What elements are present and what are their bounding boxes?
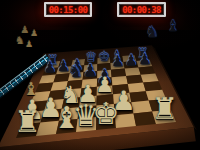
piece-black-pawn-a7[interactable]: ♟ [43,60,56,75]
piece-white-king-e1[interactable]: ♚ [92,99,119,129]
pieces-layer: ♜♛♚♝♜♟♟♟♟♟♟♞♟♟♟♞♟♟♟♟♜♝♛♚♜ [0,0,200,150]
piece-black-knight-c6[interactable]: ♞ [68,63,83,80]
white-clock-time: 00:15:00 [49,5,88,15]
piece-white-rook-a1[interactable]: ♜ [14,107,41,137]
piece-black-king-e8[interactable]: ♚ [98,50,110,63]
black-clock: 00:00:38 [117,2,166,17]
piece-black-pawn-h7[interactable]: ♟ [138,52,151,67]
piece-black-pawn-g7[interactable]: ♟ [124,53,137,68]
black-clock-time: 00:00:38 [122,5,161,15]
game-screen: ♟♟♞♟♝♞♝ ♜♛♚♝♜♟♟♟♟♟♟♞♟♟♟♞♟♟♟♟♜♝♛♚♜ 00:15:… [0,0,200,150]
white-clock: 00:15:00 [44,2,92,17]
piece-white-rook-h1[interactable]: ♜ [151,93,178,123]
